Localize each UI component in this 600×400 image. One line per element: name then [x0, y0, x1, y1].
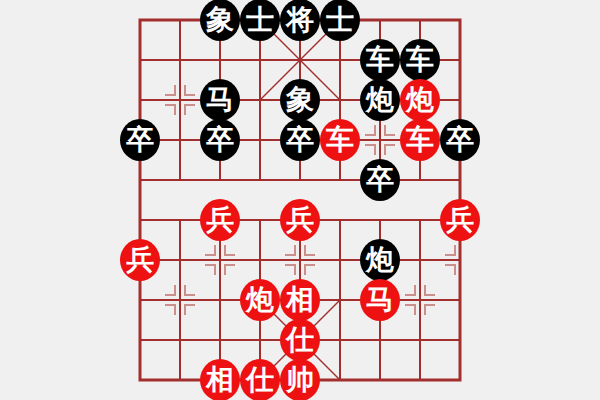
piece-red-general[interactable]: 帅: [280, 360, 320, 400]
piece-black-chariot[interactable]: 车: [360, 40, 400, 80]
piece-black-soldier[interactable]: 卒: [120, 120, 160, 160]
piece-glyph: 卒: [440, 119, 480, 161]
piece-glyph: 卒: [120, 119, 160, 161]
piece-red-advisor[interactable]: 仕: [240, 360, 280, 400]
xiangqi-board: 象士将士车车马象炮炮卒卒卒车车卒卒兵兵兵兵炮炮相马仕相仕帅: [0, 0, 600, 400]
piece-glyph: 象: [200, 0, 240, 41]
piece-glyph: 车: [400, 39, 440, 81]
piece-glyph: 仕: [240, 359, 280, 400]
piece-black-cannon[interactable]: 炮: [360, 80, 400, 120]
piece-glyph: 将: [280, 0, 320, 41]
pieces-layer: 象士将士车车马象炮炮卒卒卒车车卒卒兵兵兵兵炮炮相马仕相仕帅: [120, 0, 480, 400]
piece-red-elephant[interactable]: 相: [280, 280, 320, 320]
piece-glyph: 卒: [280, 119, 320, 161]
piece-glyph: 兵: [440, 199, 480, 241]
piece-glyph: 相: [280, 279, 320, 321]
piece-glyph: 车: [400, 119, 440, 161]
piece-glyph: 帅: [280, 359, 320, 400]
piece-red-cannon[interactable]: 炮: [240, 280, 280, 320]
piece-glyph: 兵: [120, 239, 160, 281]
piece-black-soldier[interactable]: 卒: [360, 160, 400, 200]
piece-glyph: 车: [360, 39, 400, 81]
piece-black-soldier[interactable]: 卒: [200, 120, 240, 160]
piece-glyph: 马: [360, 279, 400, 321]
piece-glyph: 士: [240, 0, 280, 41]
piece-black-soldier[interactable]: 卒: [280, 120, 320, 160]
piece-glyph: 士: [320, 0, 360, 41]
piece-red-soldier[interactable]: 兵: [440, 200, 480, 240]
piece-glyph: 马: [200, 79, 240, 121]
piece-black-cannon[interactable]: 炮: [360, 240, 400, 280]
piece-black-chariot[interactable]: 车: [400, 40, 440, 80]
piece-black-advisor[interactable]: 士: [320, 0, 360, 40]
piece-black-elephant[interactable]: 象: [200, 0, 240, 40]
piece-red-chariot[interactable]: 车: [320, 120, 360, 160]
piece-red-elephant[interactable]: 相: [200, 360, 240, 400]
piece-glyph: 相: [200, 359, 240, 400]
piece-red-advisor[interactable]: 仕: [280, 320, 320, 360]
piece-red-soldier[interactable]: 兵: [280, 200, 320, 240]
piece-glyph: 车: [320, 119, 360, 161]
piece-black-advisor[interactable]: 士: [240, 0, 280, 40]
piece-glyph: 象: [280, 79, 320, 121]
piece-black-soldier[interactable]: 卒: [440, 120, 480, 160]
piece-glyph: 兵: [280, 199, 320, 241]
piece-glyph: 卒: [200, 119, 240, 161]
piece-red-soldier[interactable]: 兵: [200, 200, 240, 240]
piece-glyph: 炮: [360, 239, 400, 281]
piece-glyph: 仕: [280, 319, 320, 361]
piece-black-horse[interactable]: 马: [200, 80, 240, 120]
piece-black-general[interactable]: 将: [280, 0, 320, 40]
piece-glyph: 炮: [240, 279, 280, 321]
piece-red-soldier[interactable]: 兵: [120, 240, 160, 280]
piece-red-horse[interactable]: 马: [360, 280, 400, 320]
piece-glyph: 兵: [200, 199, 240, 241]
piece-black-elephant[interactable]: 象: [280, 80, 320, 120]
piece-red-chariot[interactable]: 车: [400, 120, 440, 160]
piece-glyph: 卒: [360, 159, 400, 201]
piece-red-cannon[interactable]: 炮: [400, 80, 440, 120]
piece-glyph: 炮: [360, 79, 400, 121]
piece-glyph: 炮: [400, 79, 440, 121]
